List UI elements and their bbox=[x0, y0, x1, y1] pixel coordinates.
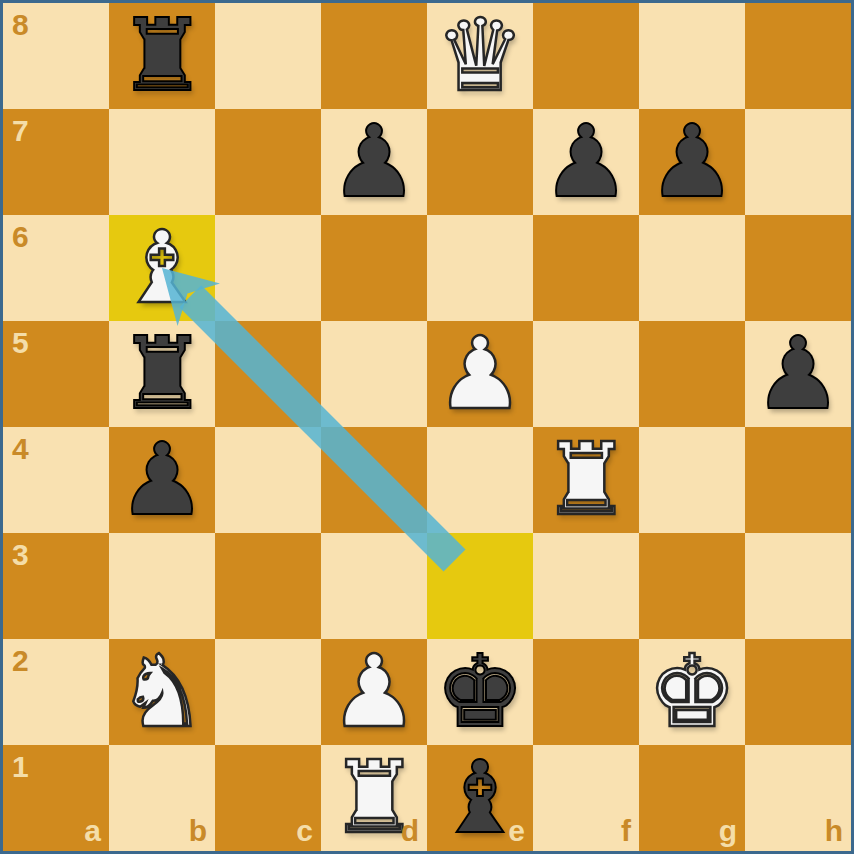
piece-white-knight[interactable]: ♞ bbox=[117, 642, 207, 742]
square-h5[interactable]: ♟ bbox=[745, 321, 851, 427]
square-f6[interactable] bbox=[533, 215, 639, 321]
square-d7[interactable]: ♟ bbox=[321, 109, 427, 215]
square-a6[interactable]: 6 bbox=[3, 215, 109, 321]
piece-black-king[interactable]: ♚ bbox=[435, 642, 525, 742]
square-e5[interactable]: ♟ bbox=[427, 321, 533, 427]
square-d8[interactable] bbox=[321, 3, 427, 109]
piece-black-pawn[interactable]: ♟ bbox=[647, 112, 737, 212]
file-label-f: f bbox=[621, 816, 631, 846]
square-d4[interactable] bbox=[321, 427, 427, 533]
square-b1[interactable]: b bbox=[109, 745, 215, 851]
square-c5[interactable] bbox=[215, 321, 321, 427]
file-label-b: b bbox=[189, 816, 207, 846]
square-a5[interactable]: 5 bbox=[3, 321, 109, 427]
square-b6[interactable]: ♝ bbox=[109, 215, 215, 321]
square-f5[interactable] bbox=[533, 321, 639, 427]
square-c8[interactable] bbox=[215, 3, 321, 109]
square-d3[interactable] bbox=[321, 533, 427, 639]
square-g8[interactable] bbox=[639, 3, 745, 109]
piece-black-pawn[interactable]: ♟ bbox=[541, 112, 631, 212]
square-e7[interactable] bbox=[427, 109, 533, 215]
square-b4[interactable]: ♟ bbox=[109, 427, 215, 533]
square-h8[interactable] bbox=[745, 3, 851, 109]
square-b7[interactable] bbox=[109, 109, 215, 215]
piece-white-king[interactable]: ♚ bbox=[647, 642, 737, 742]
square-a3[interactable]: 3 bbox=[3, 533, 109, 639]
square-e4[interactable] bbox=[427, 427, 533, 533]
square-e1[interactable]: e♝ bbox=[427, 745, 533, 851]
piece-black-rook[interactable]: ♜ bbox=[117, 324, 207, 424]
piece-white-rook[interactable]: ♜ bbox=[541, 430, 631, 530]
rank-label-3: 3 bbox=[12, 540, 29, 570]
square-e2[interactable]: ♚ bbox=[427, 639, 533, 745]
square-e3[interactable] bbox=[427, 533, 533, 639]
square-f4[interactable]: ♜ bbox=[533, 427, 639, 533]
square-c2[interactable] bbox=[215, 639, 321, 745]
square-d2[interactable]: ♟ bbox=[321, 639, 427, 745]
square-b2[interactable]: ♞ bbox=[109, 639, 215, 745]
square-h4[interactable] bbox=[745, 427, 851, 533]
square-a4[interactable]: 4 bbox=[3, 427, 109, 533]
square-f8[interactable] bbox=[533, 3, 639, 109]
file-label-d: d bbox=[401, 816, 419, 846]
square-a2[interactable]: 2 bbox=[3, 639, 109, 745]
square-g1[interactable]: g bbox=[639, 745, 745, 851]
rank-label-2: 2 bbox=[12, 646, 29, 676]
file-label-g: g bbox=[719, 816, 737, 846]
square-b8[interactable]: ♜ bbox=[109, 3, 215, 109]
square-g4[interactable] bbox=[639, 427, 745, 533]
board-squares: 8♜♛7♟♟♟6♝5♜♟♟4♟♜32♞♟♚♚1abcd♜e♝fgh bbox=[3, 3, 851, 851]
rank-label-4: 4 bbox=[12, 434, 29, 464]
square-g2[interactable]: ♚ bbox=[639, 639, 745, 745]
file-label-c: c bbox=[296, 816, 313, 846]
square-c1[interactable]: c bbox=[215, 745, 321, 851]
file-label-e: e bbox=[508, 816, 525, 846]
piece-white-pawn[interactable]: ♟ bbox=[329, 642, 419, 742]
piece-black-pawn[interactable]: ♟ bbox=[117, 430, 207, 530]
square-a8[interactable]: 8 bbox=[3, 3, 109, 109]
square-h3[interactable] bbox=[745, 533, 851, 639]
square-e8[interactable]: ♛ bbox=[427, 3, 533, 109]
square-f1[interactable]: f bbox=[533, 745, 639, 851]
piece-black-rook[interactable]: ♜ bbox=[117, 6, 207, 106]
square-h2[interactable] bbox=[745, 639, 851, 745]
rank-label-8: 8 bbox=[12, 10, 29, 40]
square-g7[interactable]: ♟ bbox=[639, 109, 745, 215]
rank-label-5: 5 bbox=[12, 328, 29, 358]
square-g3[interactable] bbox=[639, 533, 745, 639]
square-h1[interactable]: h bbox=[745, 745, 851, 851]
square-f7[interactable]: ♟ bbox=[533, 109, 639, 215]
square-b5[interactable]: ♜ bbox=[109, 321, 215, 427]
square-c4[interactable] bbox=[215, 427, 321, 533]
square-g6[interactable] bbox=[639, 215, 745, 321]
rank-label-6: 6 bbox=[12, 222, 29, 252]
rank-label-1: 1 bbox=[12, 752, 29, 782]
piece-black-pawn[interactable]: ♟ bbox=[329, 112, 419, 212]
square-a7[interactable]: 7 bbox=[3, 109, 109, 215]
square-f3[interactable] bbox=[533, 533, 639, 639]
square-e6[interactable] bbox=[427, 215, 533, 321]
piece-black-pawn[interactable]: ♟ bbox=[753, 324, 843, 424]
square-h7[interactable] bbox=[745, 109, 851, 215]
square-d5[interactable] bbox=[321, 321, 427, 427]
piece-white-pawn[interactable]: ♟ bbox=[435, 324, 525, 424]
square-c7[interactable] bbox=[215, 109, 321, 215]
rank-label-7: 7 bbox=[12, 116, 29, 146]
file-label-h: h bbox=[825, 816, 843, 846]
square-b3[interactable] bbox=[109, 533, 215, 639]
square-c3[interactable] bbox=[215, 533, 321, 639]
square-h6[interactable] bbox=[745, 215, 851, 321]
chess-board: 8♜♛7♟♟♟6♝5♜♟♟4♟♜32♞♟♚♚1abcd♜e♝fgh bbox=[0, 0, 854, 854]
square-d6[interactable] bbox=[321, 215, 427, 321]
file-label-a: a bbox=[84, 816, 101, 846]
square-g5[interactable] bbox=[639, 321, 745, 427]
piece-white-bishop[interactable]: ♝ bbox=[117, 218, 207, 318]
square-c6[interactable] bbox=[215, 215, 321, 321]
square-f2[interactable] bbox=[533, 639, 639, 745]
square-a1[interactable]: 1a bbox=[3, 745, 109, 851]
piece-white-queen[interactable]: ♛ bbox=[435, 6, 525, 106]
square-d1[interactable]: d♜ bbox=[321, 745, 427, 851]
